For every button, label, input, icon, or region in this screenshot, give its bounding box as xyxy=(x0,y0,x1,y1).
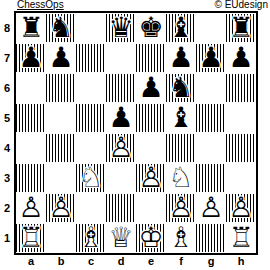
piece-black-pawn[interactable]: ♟ xyxy=(226,43,256,73)
piece-black-bishop[interactable]: ♝ xyxy=(166,13,196,43)
square-g8[interactable] xyxy=(196,13,226,43)
square-e1[interactable]: ♚♔ xyxy=(136,223,166,253)
square-g7[interactable]: ♟ xyxy=(196,43,226,73)
piece-white-pawn[interactable]: ♟♙ xyxy=(196,193,226,223)
square-c3[interactable]: ♞♘ xyxy=(76,163,106,193)
square-b4[interactable] xyxy=(46,133,76,163)
square-b1[interactable] xyxy=(46,223,76,253)
piece-black-queen[interactable]: ♛ xyxy=(106,13,136,43)
square-h5[interactable] xyxy=(226,103,256,133)
rank-labels: 87654321 xyxy=(0,13,14,253)
piece-white-queen[interactable]: ♛♕ xyxy=(106,223,136,253)
square-d5[interactable]: ♟ xyxy=(106,103,136,133)
square-d4[interactable]: ♟♙ xyxy=(106,133,136,163)
square-b6[interactable] xyxy=(46,73,76,103)
file-label-c: c xyxy=(76,255,106,268)
chessops-diagram: ChessOps © EUdesign 87654321 ♜♞♛♚♝♜♟♟♟♟♟… xyxy=(0,0,270,270)
square-g5[interactable] xyxy=(196,103,226,133)
square-d1[interactable]: ♛♕ xyxy=(106,223,136,253)
piece-black-pawn[interactable]: ♟ xyxy=(106,103,136,133)
square-h3[interactable] xyxy=(226,163,256,193)
piece-black-knight[interactable]: ♞ xyxy=(46,13,76,43)
file-label-e: e xyxy=(136,255,166,268)
file-label-g: g xyxy=(196,255,226,268)
square-b5[interactable] xyxy=(46,103,76,133)
square-f2[interactable]: ♟♙ xyxy=(166,193,196,223)
square-g3[interactable] xyxy=(196,163,226,193)
piece-white-pawn[interactable]: ♟♙ xyxy=(106,133,136,163)
piece-black-rook[interactable]: ♜ xyxy=(226,13,256,43)
file-labels: abcdefgh xyxy=(16,255,256,268)
square-g2[interactable]: ♟♙ xyxy=(196,193,226,223)
piece-black-king[interactable]: ♚ xyxy=(136,13,166,43)
square-f1[interactable]: ♝♗ xyxy=(166,223,196,253)
square-b2[interactable]: ♟♙ xyxy=(46,193,76,223)
piece-black-knight[interactable]: ♞ xyxy=(166,73,196,103)
square-b3[interactable] xyxy=(46,163,76,193)
square-e2[interactable] xyxy=(136,193,166,223)
rank-label-6: 6 xyxy=(0,73,14,103)
piece-black-pawn[interactable]: ♟ xyxy=(16,43,46,73)
square-f7[interactable]: ♟ xyxy=(166,43,196,73)
square-h8[interactable]: ♜ xyxy=(226,13,256,43)
piece-black-pawn[interactable]: ♟ xyxy=(136,73,166,103)
piece-white-rook[interactable]: ♜♖ xyxy=(16,223,46,253)
square-g4[interactable] xyxy=(196,133,226,163)
file-label-h: h xyxy=(226,255,256,268)
square-c2[interactable] xyxy=(76,193,106,223)
square-c1[interactable]: ♝♗ xyxy=(76,223,106,253)
piece-white-knight[interactable]: ♞♘ xyxy=(76,163,106,193)
square-a6[interactable] xyxy=(16,73,46,103)
rank-label-7: 7 xyxy=(0,43,14,73)
square-c5[interactable] xyxy=(76,103,106,133)
piece-white-pawn[interactable]: ♟♙ xyxy=(46,193,76,223)
piece-white-knight[interactable]: ♞♘ xyxy=(166,163,196,193)
piece-white-bishop[interactable]: ♝♗ xyxy=(166,223,196,253)
rank-label-4: 4 xyxy=(0,133,14,163)
piece-white-pawn[interactable]: ♟♙ xyxy=(16,193,46,223)
piece-white-pawn[interactable]: ♟♙ xyxy=(226,193,256,223)
square-h1[interactable]: ♜♖ xyxy=(226,223,256,253)
square-d7[interactable] xyxy=(106,43,136,73)
square-e3[interactable]: ♟♙ xyxy=(136,163,166,193)
piece-white-rook[interactable]: ♜♖ xyxy=(226,223,256,253)
app-title-link[interactable]: ChessOps xyxy=(17,0,64,10)
file-label-b: b xyxy=(46,255,76,268)
square-a1[interactable]: ♜♖ xyxy=(16,223,46,253)
square-h2[interactable]: ♟♙ xyxy=(226,193,256,223)
square-h6[interactable] xyxy=(226,73,256,103)
square-a8[interactable]: ♜ xyxy=(16,13,46,43)
square-d2[interactable] xyxy=(106,193,136,223)
square-d6[interactable] xyxy=(106,73,136,103)
square-f3[interactable]: ♞♘ xyxy=(166,163,196,193)
rank-label-1: 1 xyxy=(0,223,14,253)
chess-board: ♜♞♛♚♝♜♟♟♟♟♟♟♞♟♝♟♙♞♘♟♙♞♘♟♙♟♙♟♙♟♙♟♙♜♖♝♗♛♕♚… xyxy=(14,11,258,255)
piece-white-king[interactable]: ♚♔ xyxy=(136,223,166,253)
piece-black-pawn[interactable]: ♟ xyxy=(196,43,226,73)
square-c6[interactable] xyxy=(76,73,106,103)
piece-white-bishop[interactable]: ♝♗ xyxy=(76,223,106,253)
square-e5[interactable] xyxy=(136,103,166,133)
square-e8[interactable]: ♚ xyxy=(136,13,166,43)
square-b7[interactable]: ♟ xyxy=(46,43,76,73)
piece-white-pawn[interactable]: ♟♙ xyxy=(136,163,166,193)
rank-label-2: 2 xyxy=(0,193,14,223)
square-f8[interactable]: ♝ xyxy=(166,13,196,43)
file-label-a: a xyxy=(16,255,46,268)
square-g1[interactable] xyxy=(196,223,226,253)
square-b8[interactable]: ♞ xyxy=(46,13,76,43)
square-e7[interactable] xyxy=(136,43,166,73)
file-label-f: f xyxy=(166,255,196,268)
file-label-d: d xyxy=(106,255,136,268)
square-a4[interactable] xyxy=(16,133,46,163)
square-a3[interactable] xyxy=(16,163,46,193)
rank-label-3: 3 xyxy=(0,163,14,193)
square-h4[interactable] xyxy=(226,133,256,163)
piece-black-pawn[interactable]: ♟ xyxy=(46,43,76,73)
square-d3[interactable] xyxy=(106,163,136,193)
piece-black-pawn[interactable]: ♟ xyxy=(166,43,196,73)
square-d8[interactable]: ♛ xyxy=(106,13,136,43)
piece-black-rook[interactable]: ♜ xyxy=(16,13,46,43)
square-a5[interactable] xyxy=(16,103,46,133)
square-a2[interactable]: ♟♙ xyxy=(16,193,46,223)
square-c7[interactable] xyxy=(76,43,106,73)
rank-label-8: 8 xyxy=(0,13,14,43)
square-f4[interactable] xyxy=(166,133,196,163)
piece-white-pawn[interactable]: ♟♙ xyxy=(166,193,196,223)
square-g6[interactable] xyxy=(196,73,226,103)
square-e4[interactable] xyxy=(136,133,166,163)
square-h7[interactable]: ♟ xyxy=(226,43,256,73)
rank-label-5: 5 xyxy=(0,103,14,133)
square-c4[interactable] xyxy=(76,133,106,163)
square-f6[interactable]: ♞ xyxy=(166,73,196,103)
copyright-credit: © EUdesign xyxy=(214,0,268,10)
square-a7[interactable]: ♟ xyxy=(16,43,46,73)
square-c8[interactable] xyxy=(76,13,106,43)
square-e6[interactable]: ♟ xyxy=(136,73,166,103)
square-f5[interactable]: ♝ xyxy=(166,103,196,133)
piece-black-bishop[interactable]: ♝ xyxy=(166,103,196,133)
